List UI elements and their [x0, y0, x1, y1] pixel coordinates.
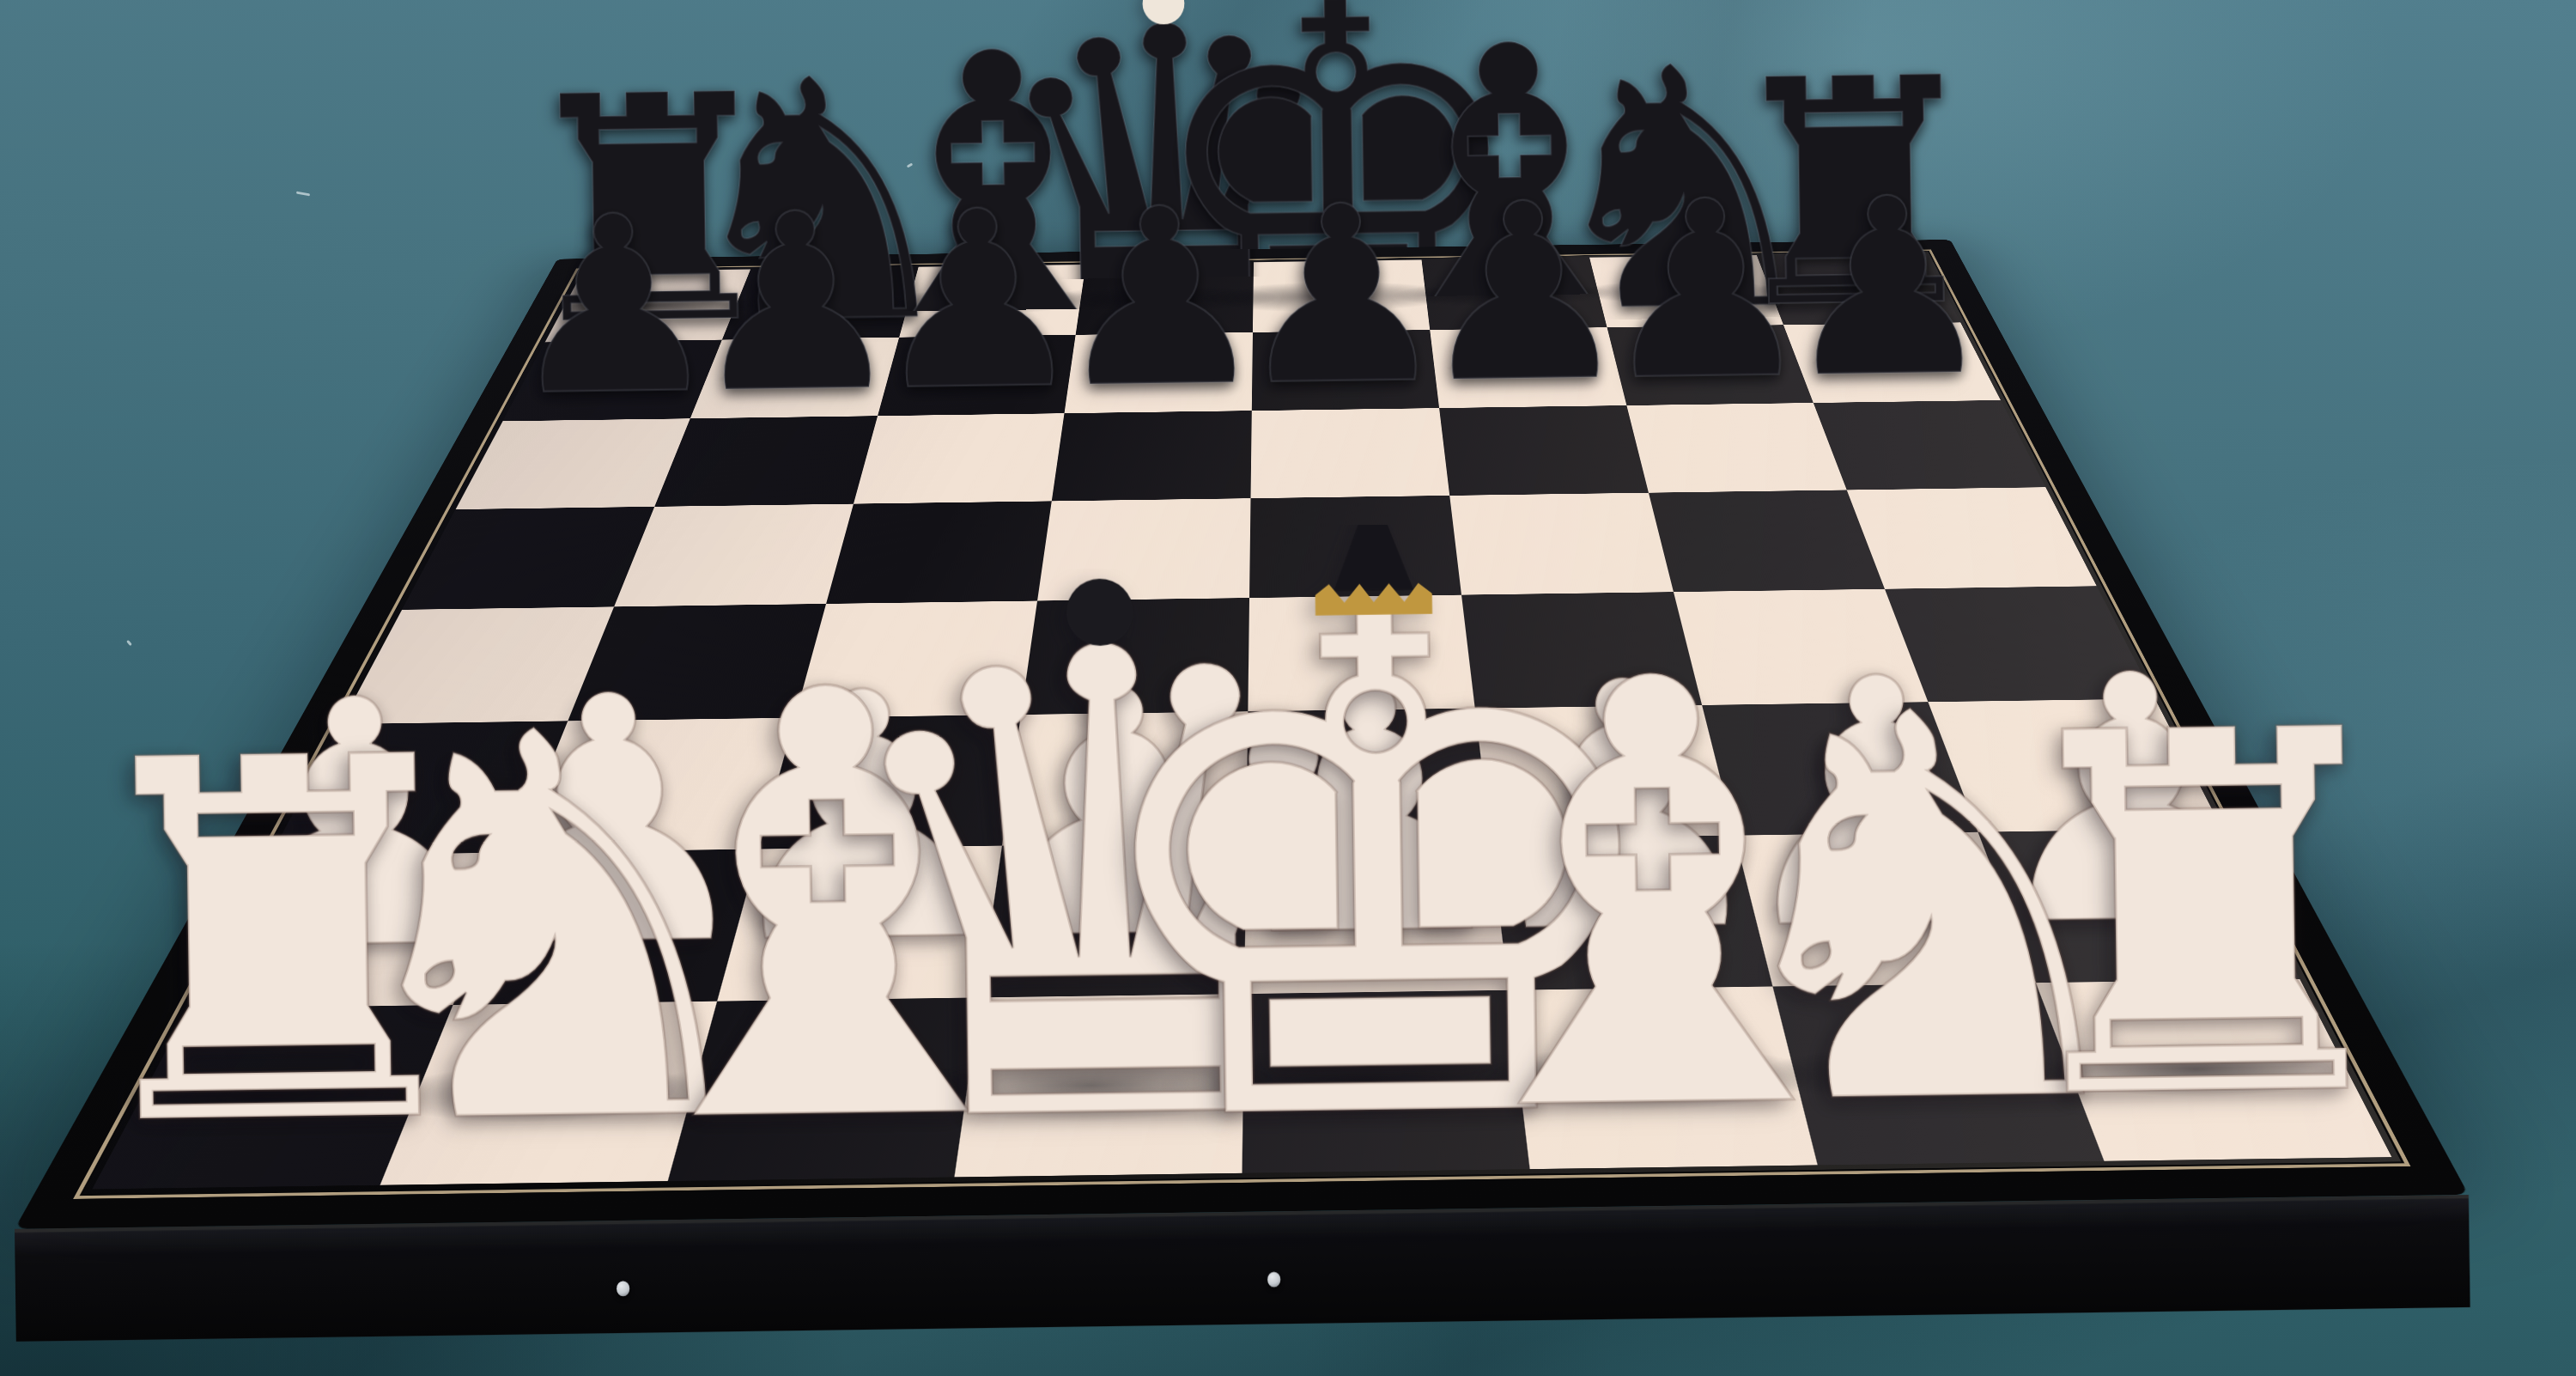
- black-pawn: ♟: [1765, 165, 2011, 363]
- camera-tilt-wrapper: ♜♞♝♛♚♝♞♜♟♟♟♟♟♟♟♟♟♟♟♟♟♟♟♟♜♞♝♛♚♝♞♜: [0, 0, 2576, 1376]
- board-front-edge: [15, 1195, 2470, 1342]
- pieces-layer: ♜♞♝♛♚♝♞♜♟♟♟♟♟♟♟♟♟♟♟♟♟♟♟♟♜♞♝♛♚♝♞♜: [92, 253, 2391, 1189]
- chess-board: ♜♞♝♛♚♝♞♜♟♟♟♟♟♟♟♟♟♟♟♟♟♟♟♟♜♞♝♛♚♝♞♜: [15, 240, 2469, 1229]
- front-pin: [617, 1281, 629, 1296]
- board-perspective-wrapper: ♜♞♝♛♚♝♞♜♟♟♟♟♟♟♟♟♟♟♟♟♟♟♟♟♜♞♝♛♚♝♞♜: [0, 0, 2576, 1376]
- chess-photo-scene: ♜♞♝♛♚♝♞♜♟♟♟♟♟♟♟♟♟♟♟♟♟♟♟♟♜♞♝♛♚♝♞♜: [0, 0, 2576, 1376]
- front-pin: [1267, 1271, 1280, 1287]
- white-rook: ♜: [1953, 666, 2454, 1069]
- piece-glyph: ♟: [1765, 165, 2011, 411]
